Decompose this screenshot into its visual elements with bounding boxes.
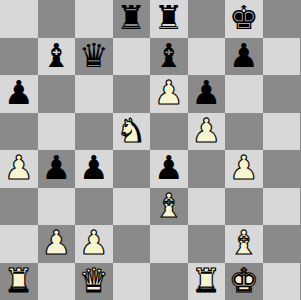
white-pawn-icon[interactable]: ♟ [41, 226, 71, 259]
square-f7[interactable] [188, 38, 226, 76]
square-c7[interactable]: ♛ [75, 38, 113, 76]
white-pawn-icon[interactable]: ♟ [79, 226, 109, 259]
black-queen-icon[interactable]: ♛ [79, 39, 109, 72]
square-a3[interactable] [0, 188, 38, 226]
square-a4[interactable]: ♟ [0, 150, 38, 188]
white-pawn-icon[interactable]: ♟ [154, 76, 184, 109]
square-b1[interactable] [38, 263, 76, 300]
square-d5[interactable]: ♞ [113, 113, 151, 151]
white-rook-icon[interactable]: ♜ [4, 264, 34, 297]
square-c5[interactable] [75, 113, 113, 151]
black-rook-icon[interactable]: ♜ [154, 1, 184, 34]
square-h8[interactable] [263, 0, 301, 38]
square-b4[interactable]: ♟ [38, 150, 76, 188]
black-pawn-icon[interactable]: ♟ [154, 151, 184, 184]
square-g2[interactable]: ♝ [225, 225, 263, 263]
square-f3[interactable] [188, 188, 226, 226]
square-c4[interactable]: ♟ [75, 150, 113, 188]
square-e8[interactable]: ♜ [150, 0, 188, 38]
square-d1[interactable] [113, 263, 151, 300]
white-pawn-icon[interactable]: ♟ [191, 114, 221, 147]
square-a8[interactable] [0, 0, 38, 38]
square-g3[interactable] [225, 188, 263, 226]
square-e1[interactable] [150, 263, 188, 300]
square-h3[interactable] [263, 188, 301, 226]
square-g8[interactable]: ♚ [225, 0, 263, 38]
square-c6[interactable] [75, 75, 113, 113]
square-d6[interactable] [113, 75, 151, 113]
square-a5[interactable] [0, 113, 38, 151]
white-bishop-icon[interactable]: ♝ [154, 189, 184, 222]
black-pawn-icon[interactable]: ♟ [41, 151, 71, 184]
white-king-icon[interactable]: ♚ [229, 264, 259, 297]
square-e5[interactable] [150, 113, 188, 151]
square-c1[interactable]: ♛ [75, 263, 113, 300]
black-bishop-icon[interactable]: ♝ [154, 39, 184, 72]
square-e4[interactable]: ♟ [150, 150, 188, 188]
square-b5[interactable] [38, 113, 76, 151]
square-a7[interactable] [0, 38, 38, 76]
black-pawn-icon[interactable]: ♟ [229, 39, 259, 72]
square-e2[interactable] [150, 225, 188, 263]
square-f1[interactable]: ♜ [188, 263, 226, 300]
black-king-icon[interactable]: ♚ [229, 1, 259, 34]
square-f8[interactable] [188, 0, 226, 38]
square-c8[interactable] [75, 0, 113, 38]
white-bishop-icon[interactable]: ♝ [229, 226, 259, 259]
black-pawn-icon[interactable]: ♟ [79, 151, 109, 184]
square-d3[interactable] [113, 188, 151, 226]
square-g5[interactable] [225, 113, 263, 151]
square-g1[interactable]: ♚ [225, 263, 263, 300]
square-a2[interactable] [0, 225, 38, 263]
square-g7[interactable]: ♟ [225, 38, 263, 76]
white-knight-icon[interactable]: ♞ [116, 114, 146, 147]
square-b7[interactable]: ♝ [38, 38, 76, 76]
square-d4[interactable] [113, 150, 151, 188]
square-f5[interactable]: ♟ [188, 113, 226, 151]
square-e6[interactable]: ♟ [150, 75, 188, 113]
chess-board: ♜♜♚♝♛♝♟♟♟♟♞♟♟♟♟♟♟♝♟♟♝♜♛♜♚ [0, 0, 300, 300]
white-queen-icon[interactable]: ♛ [79, 264, 109, 297]
square-h4[interactable] [263, 150, 301, 188]
black-bishop-icon[interactable]: ♝ [41, 39, 71, 72]
square-f4[interactable] [188, 150, 226, 188]
white-pawn-icon[interactable]: ♟ [229, 151, 259, 184]
square-h1[interactable] [263, 263, 301, 300]
square-e7[interactable]: ♝ [150, 38, 188, 76]
square-g4[interactable]: ♟ [225, 150, 263, 188]
white-rook-icon[interactable]: ♜ [191, 264, 221, 297]
square-g6[interactable] [225, 75, 263, 113]
black-pawn-icon[interactable]: ♟ [4, 76, 34, 109]
square-d7[interactable] [113, 38, 151, 76]
square-b3[interactable] [38, 188, 76, 226]
square-a6[interactable]: ♟ [0, 75, 38, 113]
square-d2[interactable] [113, 225, 151, 263]
square-e3[interactable]: ♝ [150, 188, 188, 226]
square-h7[interactable] [263, 38, 301, 76]
black-pawn-icon[interactable]: ♟ [191, 76, 221, 109]
square-b2[interactable]: ♟ [38, 225, 76, 263]
square-h2[interactable] [263, 225, 301, 263]
square-h6[interactable] [263, 75, 301, 113]
black-rook-icon[interactable]: ♜ [116, 1, 146, 34]
square-h5[interactable] [263, 113, 301, 151]
square-f2[interactable] [188, 225, 226, 263]
square-c3[interactable] [75, 188, 113, 226]
square-f6[interactable]: ♟ [188, 75, 226, 113]
square-a1[interactable]: ♜ [0, 263, 38, 300]
white-pawn-icon[interactable]: ♟ [4, 151, 34, 184]
square-c2[interactable]: ♟ [75, 225, 113, 263]
square-d8[interactable]: ♜ [113, 0, 151, 38]
square-b8[interactable] [38, 0, 76, 38]
square-b6[interactable] [38, 75, 76, 113]
